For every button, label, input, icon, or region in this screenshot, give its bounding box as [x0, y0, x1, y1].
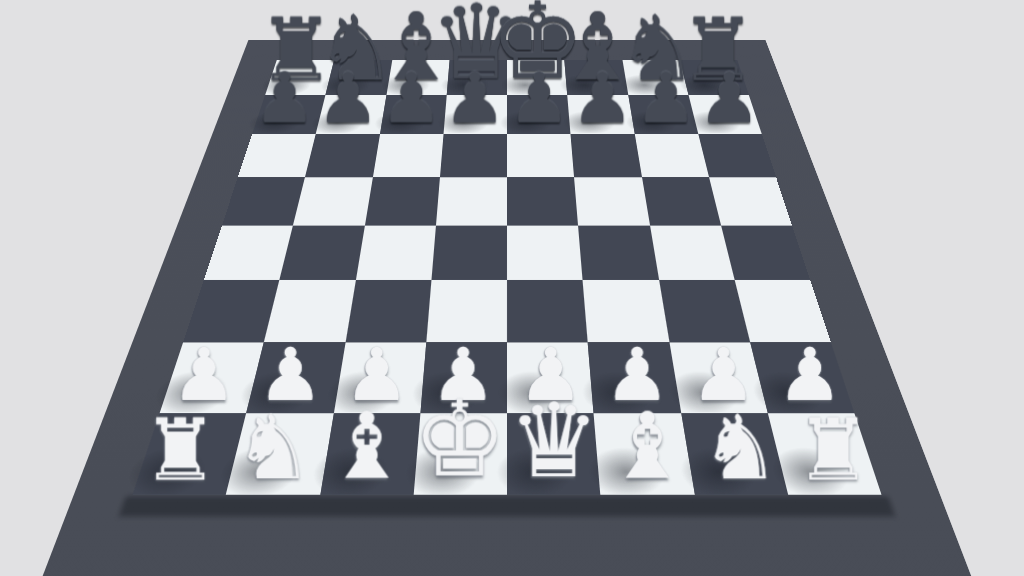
square-f5[interactable]	[574, 177, 649, 225]
square-b7[interactable]: ♟	[316, 95, 386, 134]
piece-white-bishop[interactable]: ♝	[606, 401, 688, 493]
square-g6[interactable]	[634, 134, 708, 177]
square-g1[interactable]: ♞	[681, 413, 788, 495]
piece-black-pawn[interactable]: ♟	[698, 63, 760, 133]
piece-white-king[interactable]: ♚	[413, 387, 507, 492]
square-e5[interactable]	[507, 177, 578, 225]
square-b4[interactable]	[280, 226, 365, 281]
piece-white-rook[interactable]: ♜	[796, 407, 872, 492]
piece-black-pawn[interactable]: ♟	[317, 63, 379, 133]
square-f6[interactable]	[571, 134, 642, 177]
square-d5[interactable]	[436, 177, 507, 225]
square-c1[interactable]: ♝	[320, 413, 420, 495]
square-h1[interactable]: ♜	[767, 413, 881, 495]
square-e4[interactable]	[507, 226, 583, 281]
square-a6[interactable]	[238, 134, 316, 177]
square-c4[interactable]	[355, 226, 435, 281]
board-plane: ♜♞♝♛♚♝♞♜♟♟♟♟♟♟♟♟♟♟♟♟♟♟♟♟♜♞♝♚♛♝♞♜	[0, 40, 1024, 576]
square-g7[interactable]: ♟	[628, 95, 698, 134]
board-front-edge-shadow	[119, 496, 896, 516]
square-e1[interactable]: ♛	[507, 413, 601, 495]
square-f4[interactable]	[578, 226, 658, 281]
piece-black-pawn[interactable]: ♟	[253, 63, 315, 133]
piece-black-pawn[interactable]: ♟	[508, 63, 570, 133]
scene: ♜♞♝♛♚♝♞♜♟♟♟♟♟♟♟♟♟♟♟♟♟♟♟♟♜♞♝♚♛♝♞♜	[0, 0, 1024, 576]
square-f1[interactable]: ♝	[594, 413, 694, 495]
square-d6[interactable]	[440, 134, 507, 177]
square-c6[interactable]	[372, 134, 443, 177]
square-c7[interactable]: ♟	[380, 95, 447, 134]
square-e7[interactable]: ♟	[507, 95, 571, 134]
square-g4[interactable]	[650, 226, 735, 281]
piece-white-bishop[interactable]: ♝	[326, 401, 408, 493]
square-e6[interactable]	[507, 134, 574, 177]
piece-black-pawn[interactable]: ♟	[444, 63, 506, 133]
piece-black-pawn[interactable]: ♟	[635, 63, 697, 133]
square-a7[interactable]: ♟	[252, 95, 325, 134]
piece-black-pawn[interactable]: ♟	[571, 63, 633, 133]
square-d1[interactable]: ♚	[413, 413, 507, 495]
square-b6[interactable]	[305, 134, 379, 177]
square-h7[interactable]: ♟	[688, 95, 761, 134]
piece-white-knight[interactable]: ♞	[701, 403, 781, 492]
square-g5[interactable]	[642, 177, 721, 225]
square-f7[interactable]: ♟	[567, 95, 634, 134]
piece-black-pawn[interactable]: ♟	[380, 63, 442, 133]
square-c5[interactable]	[364, 177, 439, 225]
piece-white-queen[interactable]: ♛	[508, 390, 600, 492]
square-d4[interactable]	[431, 226, 507, 281]
square-a5[interactable]	[222, 177, 305, 225]
square-b5[interactable]	[293, 177, 372, 225]
square-d7[interactable]: ♟	[443, 95, 507, 134]
piece-white-knight[interactable]: ♞	[233, 403, 313, 492]
piece-white-rook[interactable]: ♜	[142, 407, 218, 492]
